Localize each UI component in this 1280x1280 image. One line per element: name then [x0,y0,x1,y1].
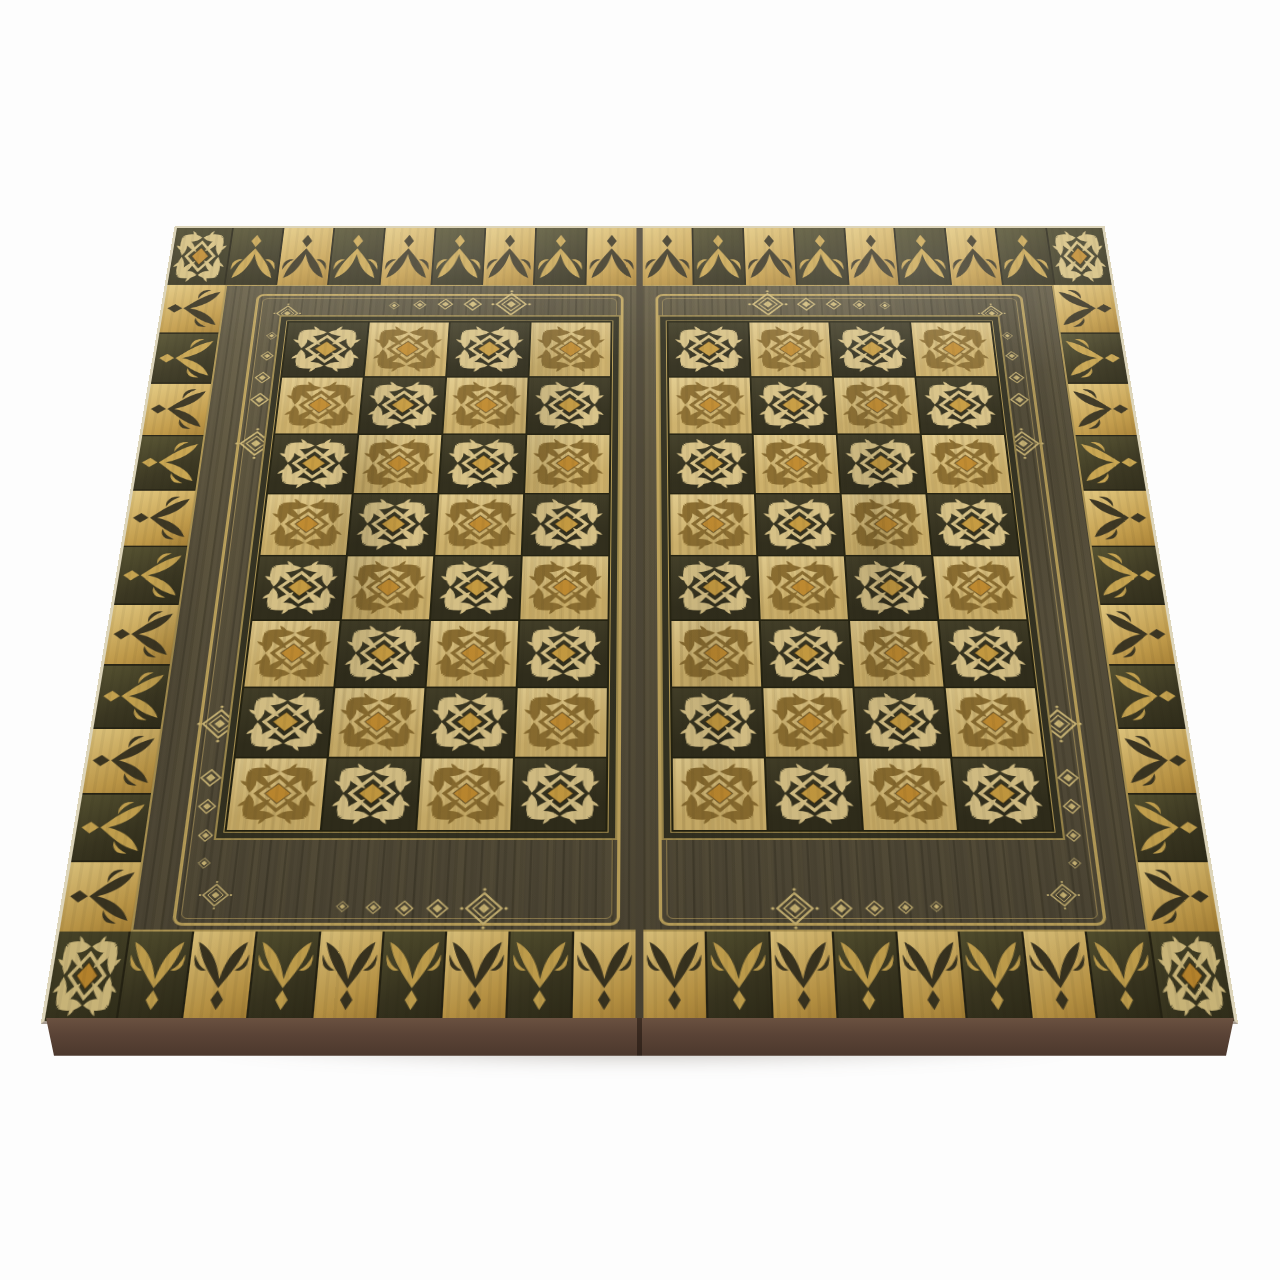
chevron-leaf-motif-icon [693,228,744,285]
floral-diamond-motif-icon [836,379,917,431]
chevron-leaf-motif-icon [707,932,771,1021]
square-d3 [518,621,608,687]
square-f5 [756,494,844,554]
floral-diamond-motif-icon [263,496,349,553]
border-tile [378,932,446,1021]
border-tile [997,228,1054,285]
chevron-leaf-motif-icon [1061,336,1128,379]
chevron-leaf-motif-icon [1087,932,1161,1021]
chevron-leaf-motif-icon [587,228,637,285]
chevron-leaf-motif-icon [643,932,706,1021]
border-corner-tile [45,932,129,1021]
border-tile [160,285,226,332]
border-tile [895,228,950,285]
square-g5 [842,494,931,554]
floral-diamond-motif-icon [271,437,355,492]
floral-diamond-motif-icon [848,558,934,617]
square-h6 [922,435,1011,493]
floral-diamond-motif-icon [1047,228,1112,285]
chevron-leaf-motif-icon [183,932,256,1021]
border-tile [124,491,195,546]
border-tile [1054,285,1120,332]
floral-diamond-motif-icon [766,690,854,754]
chevron-leaf-motif-icon [380,228,434,285]
border-tile [142,384,211,435]
square-f4 [758,556,848,619]
floral-diamond-motif-icon [862,761,954,828]
square-g6 [838,435,926,493]
square-a8 [282,323,368,377]
border-tile [183,932,256,1021]
chevron-leaf-motif-icon [1068,387,1137,432]
border-tile [1092,547,1165,604]
border-tile [707,932,771,1021]
border-tile [226,228,283,285]
square-a4 [253,556,346,619]
chevron-leaf-motif-icon [1128,798,1208,856]
chevron-leaf-motif-icon [643,228,693,285]
floral-diamond-motif-icon [338,623,426,685]
chevron-leaf-motif-icon [1076,440,1146,486]
checkerboard-left [223,321,613,833]
chevron-leaf-motif-icon [160,288,226,330]
border-tile [693,228,744,285]
border-tile [643,228,693,285]
border-tile [845,228,899,285]
square-a2 [236,688,334,756]
square-h7 [916,378,1003,434]
border-corner-tile [1047,228,1112,285]
square-a1 [227,758,327,830]
border-tile [1068,384,1137,435]
square-h4 [933,556,1026,619]
chevron-leaf-motif-icon [946,228,1002,285]
chevron-leaf-motif-icon [226,228,283,285]
chevron-leaf-motif-icon [83,733,161,789]
square-a6 [268,435,357,493]
square-d4 [520,556,608,619]
square-g2 [855,688,951,756]
floral-diamond-motif-icon [356,437,438,492]
floral-diamond-motif-icon [438,496,520,553]
floral-diamond-motif-icon [919,379,1001,431]
square-e3 [671,621,761,687]
chevron-leaf-motif-icon [1084,494,1155,542]
chevron-leaf-motif-icon [483,228,535,285]
border-tile [248,932,319,1021]
chevron-leaf-motif-icon [573,932,636,1021]
square-e5 [670,494,756,554]
border-tile [587,228,637,285]
chevron-leaf-motif-icon [277,228,333,285]
border-tile-strip-bottom [643,930,1234,1021]
chevron-leaf-motif-icon [313,932,382,1021]
square-b7 [359,378,445,434]
floral-diamond-motif-icon [518,690,604,754]
chevron-leaf-motif-icon [104,609,178,661]
border-tile [1087,932,1161,1021]
square-a7 [275,378,362,434]
floral-diamond-motif-icon [857,690,947,754]
square-b4 [342,556,433,619]
border-tile [833,932,901,1021]
border-tile [329,228,384,285]
chevron-leaf-motif-icon [1118,733,1196,789]
floral-diamond-motif-icon [672,437,751,492]
square-f3 [761,621,853,687]
border-tile [960,932,1031,1021]
square-h3 [939,621,1034,687]
board-left-half [45,228,637,1021]
chevron-leaf-motif-icon [124,494,195,542]
border-tile [1118,729,1196,793]
chevron-leaf-motif-icon [133,440,203,486]
chevron-leaf-motif-icon [1109,669,1185,723]
border-tile [380,228,434,285]
square-d1 [512,758,606,830]
square-e4 [671,556,759,619]
border-corner-tile [167,228,232,285]
border-tile-strip-top [643,228,1112,286]
border-tile [118,932,192,1021]
floral-diamond-motif-icon [671,379,749,431]
square-f6 [754,435,840,493]
chevron-leaf-motif-icon [59,867,140,928]
floral-diamond-motif-icon [285,324,365,374]
floral-diamond-motif-icon [525,496,606,553]
square-e2 [672,688,764,756]
chevron-leaf-motif-icon [432,228,485,285]
border-tile [94,666,170,727]
photo-scene [0,0,1280,1280]
square-g1 [859,758,957,830]
floral-diamond-motif-icon [278,379,360,431]
square-b5 [348,494,437,554]
border-tile [1100,605,1174,664]
floral-diamond-motif-icon [528,437,607,492]
chevron-leaf-motif-icon [1092,550,1165,600]
chevron-leaf-motif-icon [897,932,966,1021]
square-b1 [322,758,420,830]
border-tile [573,932,636,1021]
floral-diamond-motif-icon [676,761,764,828]
border-tile [897,932,966,1021]
floral-diamond-motif-icon [930,496,1016,553]
floral-diamond-motif-icon [425,690,513,754]
floral-diamond-motif-icon [936,558,1024,617]
square-c2 [422,688,516,756]
square-h1 [952,758,1052,830]
floral-diamond-motif-icon [914,324,994,374]
border-tile [104,605,178,664]
border-tile [1109,666,1185,727]
chevron-leaf-motif-icon [833,932,901,1021]
chevron-leaf-motif-icon [770,932,836,1021]
floral-diamond-motif-icon [532,324,608,374]
square-e7 [669,378,752,434]
border-corner-tile [1150,932,1234,1021]
floral-diamond-motif-icon [367,324,446,374]
border-tile [946,228,1002,285]
floral-diamond-motif-icon [351,496,435,553]
floral-diamond-motif-icon [239,690,331,754]
square-f8 [749,323,832,377]
border-tile [1084,491,1155,546]
border-tile [1061,334,1128,383]
floral-diamond-motif-icon [955,761,1049,828]
floral-diamond-motif-icon [247,623,337,685]
square-g3 [850,621,943,687]
square-g4 [846,556,937,619]
square-e8 [668,323,749,377]
square-d8 [530,323,611,377]
border-tile [71,794,151,860]
square-h2 [946,688,1043,756]
border-tile-strip-top [167,228,636,286]
checkerboard-frame [658,315,1065,840]
chevron-leaf-motif-icon [895,228,950,285]
border-tile [770,932,836,1021]
floral-diamond-motif-icon [362,379,443,431]
border-tile [483,228,535,285]
border-tile [1024,932,1097,1021]
chevron-leaf-motif-icon [508,932,572,1021]
chevron-leaf-motif-icon [744,228,796,285]
floral-diamond-motif-icon [756,437,837,492]
floral-diamond-motif-icon [446,379,525,431]
square-g7 [834,378,920,434]
floral-diamond-motif-icon [530,379,608,431]
floral-diamond-motif-icon [853,623,941,685]
border-tile [432,228,485,285]
square-c8 [447,323,530,377]
border-tile [1076,436,1146,489]
floral-diamond-motif-icon [763,623,849,685]
border-tile [535,228,586,285]
floral-diamond-motif-icon [429,623,515,685]
floral-diamond-motif-icon [442,437,523,492]
border-tile [1128,794,1208,860]
chevron-leaf-motif-icon [114,550,187,600]
square-c7 [443,378,527,434]
square-c1 [417,758,513,830]
floral-diamond-motif-icon [942,623,1032,685]
square-f2 [763,688,857,756]
floral-diamond-motif-icon [833,324,912,374]
floral-diamond-motif-icon [761,558,845,617]
fold-seam [635,228,643,1021]
perspective-wrapper [0,0,1280,1280]
floral-diamond-motif-icon [434,558,518,617]
chevron-leaf-motif-icon [845,228,899,285]
floral-diamond-motif-icon [420,761,510,828]
border-tile [508,932,572,1021]
square-a3 [244,621,339,687]
floral-diamond-motif-icon [230,761,324,828]
floral-diamond-motif-icon [332,690,422,754]
square-b6 [354,435,442,493]
border-tile [1138,863,1219,932]
floral-diamond-motif-icon [949,690,1041,754]
border-tile [83,729,161,793]
border-tile [313,932,382,1021]
checkerboard-right [666,321,1056,833]
border-tile [794,228,847,285]
chevron-leaf-motif-icon [794,228,847,285]
chevron-leaf-motif-icon [151,336,218,379]
border-tile [133,436,203,489]
floral-diamond-motif-icon [673,558,756,617]
square-b2 [329,688,425,756]
square-d5 [523,494,609,554]
square-c6 [439,435,525,493]
chevron-leaf-motif-icon [94,669,170,723]
floral-diamond-motif-icon [675,690,761,754]
chevron-leaf-motif-icon [997,228,1054,285]
floral-diamond-motif-icon [671,324,747,374]
square-e6 [670,435,754,493]
chevron-leaf-motif-icon [248,932,319,1021]
border-tile [744,228,796,285]
border-tile [114,547,187,604]
square-c5 [435,494,523,554]
square-f7 [751,378,835,434]
square-c3 [427,621,519,687]
border-tile [443,932,509,1021]
floral-diamond-motif-icon [45,932,129,1021]
floral-diamond-motif-icon [521,623,605,685]
floral-diamond-motif-icon [759,496,841,553]
square-d6 [525,435,609,493]
chevron-leaf-motif-icon [1024,932,1097,1021]
border-tile [277,228,333,285]
chevron-leaf-motif-icon [142,387,211,432]
game-board [45,228,1235,1021]
square-b3 [335,621,428,687]
square-e1 [673,758,767,830]
square-h5 [927,494,1018,554]
border-tile [59,863,140,932]
floral-diamond-motif-icon [450,324,528,374]
square-h8 [911,323,997,377]
floral-diamond-motif-icon [523,558,606,617]
chevron-leaf-motif-icon [1138,867,1219,928]
border-tile [643,932,706,1021]
floral-diamond-motif-icon [325,761,417,828]
square-f1 [766,758,862,830]
square-b8 [365,323,449,377]
floral-diamond-motif-icon [754,379,833,431]
chevron-leaf-motif-icon [378,932,446,1021]
square-a5 [260,494,351,554]
floral-diamond-motif-icon [752,324,830,374]
floral-diamond-motif-icon [840,437,922,492]
chevron-leaf-motif-icon [1054,288,1120,330]
chevron-leaf-motif-icon [535,228,586,285]
chevron-leaf-motif-icon [329,228,384,285]
chevron-leaf-motif-icon [443,932,509,1021]
floral-diamond-motif-icon [924,437,1008,492]
chevron-leaf-motif-icon [118,932,192,1021]
square-d2 [515,688,607,756]
square-c4 [431,556,521,619]
floral-diamond-motif-icon [769,761,859,828]
chevron-leaf-motif-icon [1100,609,1174,661]
floral-diamond-motif-icon [674,623,758,685]
board-right-half [643,228,1235,1021]
chevron-leaf-motif-icon [71,798,151,856]
board-side-edge [40,1018,1240,1060]
square-d7 [527,378,610,434]
checkerboard-frame [214,315,621,840]
floral-diamond-motif-icon [345,558,431,617]
floral-diamond-motif-icon [515,761,603,828]
chevron-leaf-motif-icon [960,932,1031,1021]
square-g8 [830,323,914,377]
floral-diamond-motif-icon [167,228,232,285]
floral-diamond-motif-icon [673,496,754,553]
floral-diamond-motif-icon [844,496,928,553]
floral-diamond-motif-icon [255,558,343,617]
border-tile-strip-bottom [45,930,636,1021]
floral-diamond-motif-icon [1150,932,1234,1021]
border-tile [151,334,218,383]
